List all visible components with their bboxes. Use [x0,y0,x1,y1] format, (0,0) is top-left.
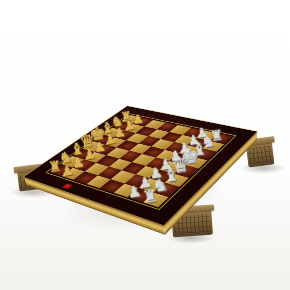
square: ♟ [61,167,85,179]
perspective-wrapper: ♜♟♟♜♞♟♟♞♝♟♟♝♚♟♟♚♛♟♟♛♝♟♟♝♞♟♟♞♜♟♟♜ [45,57,240,252]
brand-label-dot [63,184,72,189]
photo-stage: ♜♟♟♜♞♟♟♞♝♟♟♝♚♟♟♚♛♟♟♛♝♟♟♝♞♟♟♞♜♟♟♜ [0,0,290,290]
square: ♜ [143,192,169,207]
board-scene: ♜♟♟♜♞♟♟♞♝♟♟♝♚♟♟♚♛♟♟♛♝♟♟♝♞♟♟♞♜♟♟♜ [45,57,240,252]
